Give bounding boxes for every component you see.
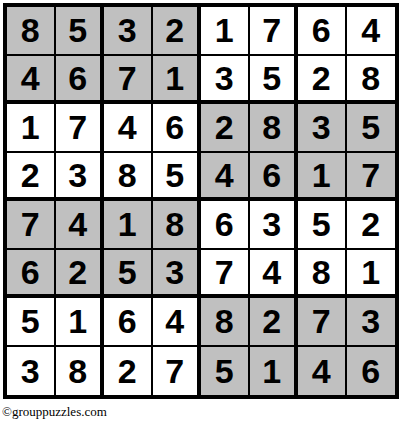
cell-r5c1: 7 <box>7 201 56 250</box>
cell-r5c7: 5 <box>298 201 347 250</box>
cell-r5c4: 8 <box>153 201 202 250</box>
cell-r7c1: 5 <box>7 298 56 347</box>
cell-r7c3: 6 <box>104 298 153 347</box>
cell-r5c5: 6 <box>201 201 250 250</box>
cell-r7c5: 8 <box>201 298 250 347</box>
cell-r3c8: 5 <box>347 104 396 153</box>
cell-r3c4: 6 <box>153 104 202 153</box>
cell-r5c6: 3 <box>250 201 299 250</box>
cell-r3c1: 1 <box>7 104 56 153</box>
cell-r4c6: 6 <box>250 153 299 202</box>
cell-r4c1: 2 <box>7 153 56 202</box>
cell-r6c6: 4 <box>250 250 299 299</box>
cell-r6c1: 6 <box>7 250 56 299</box>
cell-r5c2: 4 <box>56 201 105 250</box>
cell-r1c4: 2 <box>153 7 202 56</box>
cell-r2c3: 7 <box>104 56 153 105</box>
cell-r6c8: 1 <box>347 250 396 299</box>
cell-r1c5: 1 <box>201 7 250 56</box>
cell-r7c4: 4 <box>153 298 202 347</box>
cell-r1c3: 3 <box>104 7 153 56</box>
cell-r4c3: 8 <box>104 153 153 202</box>
cell-r2c6: 5 <box>250 56 299 105</box>
cell-r1c6: 7 <box>250 7 299 56</box>
cell-r7c7: 7 <box>298 298 347 347</box>
cell-r3c3: 4 <box>104 104 153 153</box>
cell-r6c5: 7 <box>201 250 250 299</box>
cell-r3c7: 3 <box>298 104 347 153</box>
cell-r4c4: 5 <box>153 153 202 202</box>
cell-r7c8: 3 <box>347 298 396 347</box>
cell-r8c5: 5 <box>201 347 250 396</box>
cell-r8c1: 3 <box>7 347 56 396</box>
cell-r4c2: 3 <box>56 153 105 202</box>
cell-r2c4: 1 <box>153 56 202 105</box>
cell-r5c8: 2 <box>347 201 396 250</box>
cell-r1c1: 8 <box>7 7 56 56</box>
puzzle-page: 8532176446713528174628352385461774186352… <box>0 0 402 424</box>
cell-r1c2: 5 <box>56 7 105 56</box>
cell-r2c1: 4 <box>7 56 56 105</box>
cell-r8c4: 7 <box>153 347 202 396</box>
cell-r8c6: 1 <box>250 347 299 396</box>
cell-r8c7: 4 <box>298 347 347 396</box>
cell-r6c7: 8 <box>298 250 347 299</box>
cell-r2c5: 3 <box>201 56 250 105</box>
cell-r8c2: 8 <box>56 347 105 396</box>
cell-r7c2: 1 <box>56 298 105 347</box>
cell-r8c8: 6 <box>347 347 396 396</box>
cell-r2c2: 6 <box>56 56 105 105</box>
cell-r6c3: 5 <box>104 250 153 299</box>
cell-r4c8: 7 <box>347 153 396 202</box>
cell-r2c7: 2 <box>298 56 347 105</box>
cell-r6c2: 2 <box>56 250 105 299</box>
cell-r3c2: 7 <box>56 104 105 153</box>
cell-r6c4: 3 <box>153 250 202 299</box>
sudoku-board: 8532176446713528174628352385461774186352… <box>3 3 399 399</box>
cell-r4c7: 1 <box>298 153 347 202</box>
cell-r2c8: 8 <box>347 56 396 105</box>
cell-r3c6: 8 <box>250 104 299 153</box>
cell-r3c5: 2 <box>201 104 250 153</box>
cell-r1c7: 6 <box>298 7 347 56</box>
cell-r8c3: 2 <box>104 347 153 396</box>
cell-r1c8: 4 <box>347 7 396 56</box>
copyright-text: ©grouppuzzles.com <box>2 404 107 420</box>
cell-r7c6: 2 <box>250 298 299 347</box>
cell-r4c5: 4 <box>201 153 250 202</box>
cell-r5c3: 1 <box>104 201 153 250</box>
